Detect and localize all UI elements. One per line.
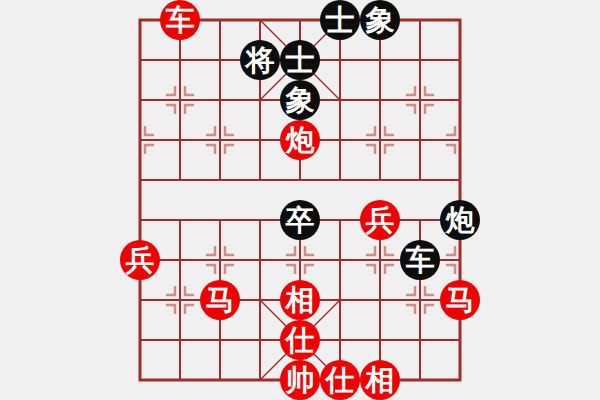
piece-glyph: 士 [286, 40, 315, 80]
piece-red-elephant[interactable]: 相 [360, 360, 400, 400]
piece-glyph: 帅 [286, 360, 315, 400]
piece-glyph: 卒 [286, 200, 315, 240]
piece-black-elephant[interactable]: 象 [280, 80, 320, 120]
piece-glyph: 车 [406, 240, 435, 280]
piece-glyph: 相 [366, 360, 395, 400]
piece-glyph: 仕 [286, 320, 315, 360]
piece-red-general[interactable]: 帅 [280, 360, 320, 400]
piece-glyph: 兵 [366, 200, 395, 240]
piece-red-chariot[interactable]: 车 [160, 0, 200, 40]
piece-glyph: 兵 [126, 240, 155, 280]
piece-black-soldier[interactable]: 卒 [280, 200, 320, 240]
piece-red-horse[interactable]: 马 [440, 280, 480, 320]
piece-black-advisor[interactable]: 士 [320, 0, 360, 40]
piece-glyph: 相 [286, 280, 315, 320]
piece-glyph: 象 [366, 0, 395, 40]
piece-glyph: 车 [166, 0, 195, 40]
piece-glyph: 士 [326, 0, 355, 40]
piece-red-advisor[interactable]: 仕 [320, 360, 360, 400]
piece-black-cannon[interactable]: 炮 [440, 200, 480, 240]
piece-red-elephant[interactable]: 相 [280, 280, 320, 320]
piece-glyph: 马 [206, 280, 235, 320]
xiangqi-board[interactable]: 车炮兵兵马相马仕帅仕相士象将士象卒炮车 [0, 0, 600, 400]
piece-glyph: 将 [246, 40, 275, 80]
piece-glyph: 炮 [286, 120, 315, 160]
xiangqi-screenshot: 车炮兵兵马相马仕帅仕相士象将士象卒炮车 [0, 0, 600, 400]
piece-black-elephant[interactable]: 象 [360, 0, 400, 40]
piece-black-general[interactable]: 将 [240, 40, 280, 80]
piece-red-advisor[interactable]: 仕 [280, 320, 320, 360]
piece-glyph: 象 [286, 80, 315, 120]
piece-glyph: 仕 [326, 360, 355, 400]
piece-black-chariot[interactable]: 车 [400, 240, 440, 280]
piece-glyph: 马 [446, 280, 475, 320]
piece-black-advisor[interactable]: 士 [280, 40, 320, 80]
piece-red-cannon[interactable]: 炮 [280, 120, 320, 160]
pieces-layer: 车炮兵兵马相马仕帅仕相士象将士象卒炮车 [0, 0, 600, 400]
piece-red-soldier[interactable]: 兵 [360, 200, 400, 240]
piece-red-horse[interactable]: 马 [200, 280, 240, 320]
piece-red-soldier[interactable]: 兵 [120, 240, 160, 280]
piece-glyph: 炮 [446, 200, 475, 240]
